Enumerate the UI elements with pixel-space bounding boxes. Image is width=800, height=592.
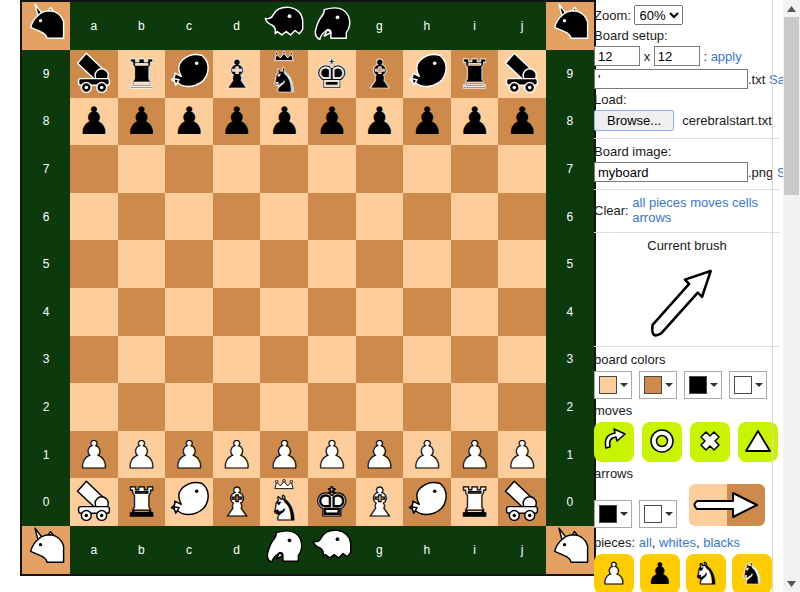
arrow-color-swatches <box>594 500 677 528</box>
setup-section: Zoom: 60% Board setup: x : apply .txt Sa… <box>594 0 780 139</box>
chess-board[interactable]: abcdghij9♜♝♞♚♝♜98♟♟♟♟♟♟♟♟♟♟8776655443322… <box>20 0 596 576</box>
rank-label-left-0: 0 <box>22 478 70 526</box>
board-cell-e0[interactable]: ♞ <box>260 478 308 526</box>
color-chip <box>599 376 617 394</box>
board-cell-c0[interactable] <box>165 478 213 526</box>
board-cell-a6[interactable] <box>70 193 118 241</box>
board-color-swatches <box>594 371 780 399</box>
scroll-down-icon[interactable] <box>783 575 800 592</box>
color-chip <box>644 376 662 394</box>
board-cell-j5[interactable] <box>498 240 546 288</box>
apply-link[interactable]: apply <box>711 49 742 64</box>
right-arrow-icon <box>689 484 765 526</box>
board-cell-i8[interactable]: ♟ <box>451 98 499 146</box>
chevron-down-icon <box>755 383 763 387</box>
frame-top-e <box>260 2 308 50</box>
board-cell-j1[interactable]: ♟ <box>498 431 546 479</box>
browse-button[interactable]: Browse... <box>594 110 674 131</box>
clear-links: all pieces moves cells arrows <box>632 195 780 225</box>
board-cell-j7[interactable] <box>498 145 546 193</box>
file-label-top-g: g <box>356 2 404 50</box>
piece-black-pawn: ♟ <box>124 102 158 140</box>
board-cell-g1[interactable]: ♟ <box>356 431 404 479</box>
piece-white-pawn: ♟ <box>601 559 628 589</box>
board-cell-b4[interactable] <box>118 288 166 336</box>
board-cell-c5[interactable] <box>165 240 213 288</box>
black-elephant-icon <box>310 3 354 50</box>
board-cell-i0[interactable]: ♜ <box>451 478 499 526</box>
rank-label-left-2: 2 <box>22 383 70 431</box>
board-cell-h7[interactable] <box>403 145 451 193</box>
board-cell-d9[interactable]: ♝ <box>213 50 261 98</box>
board-cell-f1[interactable]: ♟ <box>308 431 356 479</box>
board-cell-b0[interactable]: ♜ <box>118 478 166 526</box>
board-cell-h8[interactable]: ♟ <box>403 98 451 146</box>
frame-bottom-e <box>260 526 308 574</box>
zoom-select[interactable]: 60% <box>634 5 683 25</box>
piece-black-rook: ♜ <box>123 54 159 94</box>
board-cell-h9[interactable] <box>403 50 451 98</box>
move-brush-move-arrow-button[interactable] <box>594 422 634 462</box>
board-cell-b2[interactable] <box>118 383 166 431</box>
pieces-whites-link[interactable]: whites <box>659 535 696 550</box>
board-color-dropdown-3[interactable] <box>684 371 722 399</box>
clear-all-link[interactable]: all <box>632 195 645 210</box>
piece-black-king: ♚ <box>314 54 350 94</box>
white-eagle-icon <box>310 526 354 573</box>
board-cell-e9[interactable]: ♞ <box>260 50 308 98</box>
rank-label-right-7: 7 <box>546 145 594 193</box>
piece-white-pawn: ♟ <box>267 436 301 474</box>
board-cell-d2[interactable] <box>213 383 261 431</box>
scrollbar-thumb[interactable] <box>784 17 799 195</box>
palette-black-knight-button[interactable]: ♞ <box>732 554 772 592</box>
board-cell-d7[interactable] <box>213 145 261 193</box>
clear-cells-link[interactable]: cells <box>732 195 758 210</box>
board-cell-i9[interactable]: ♜ <box>451 50 499 98</box>
rank-label-left-6: 6 <box>22 193 70 241</box>
rank-label-left-4: 4 <box>22 288 70 336</box>
board-cell-j4[interactable] <box>498 288 546 336</box>
board-cell-a8[interactable]: ♟ <box>70 98 118 146</box>
color-chip <box>734 376 752 394</box>
board-cell-f9[interactable]: ♚ <box>308 50 356 98</box>
rank-label-right-1: 1 <box>546 431 594 479</box>
current-brush-preview <box>594 256 780 342</box>
rank-label-right-0: 0 <box>546 478 594 526</box>
piece-white-amazon: ♞ <box>269 479 299 525</box>
rank-label-left-8: 8 <box>22 98 70 146</box>
file-label-bottom-g: g <box>356 526 404 574</box>
piece-black-pawn: ♟ <box>505 102 539 140</box>
board-cell-j6[interactable] <box>498 193 546 241</box>
frame-bottom-f <box>308 526 356 574</box>
ne-arrow-icon <box>644 256 730 342</box>
board-cell-b6[interactable] <box>118 193 166 241</box>
piece-white-knight: ♞ <box>693 559 720 589</box>
black-eagle-icon <box>262 3 306 50</box>
board-cell-g2[interactable] <box>356 383 404 431</box>
board-cell-c4[interactable] <box>165 288 213 336</box>
board-cell-a1[interactable]: ♟ <box>70 431 118 479</box>
piece-black-pawn: ♟ <box>77 102 111 140</box>
board-cell-i1[interactable]: ♟ <box>451 431 499 479</box>
txt-suffix: .txt <box>748 72 765 87</box>
board-cell-c7[interactable] <box>165 145 213 193</box>
load-filename: cerebralstart.txt <box>682 113 772 128</box>
board-image-section: Board image: .png Save <box>594 139 780 190</box>
chevron-down-icon <box>620 512 628 516</box>
board-cell-d1[interactable]: ♟ <box>213 431 261 479</box>
piece-black-rook: ♜ <box>457 54 493 94</box>
board-corner-bottom-left <box>22 526 70 574</box>
board-cell-h5[interactable] <box>403 240 451 288</box>
board-cell-f3[interactable] <box>308 336 356 384</box>
piece-black-bishop: ♝ <box>219 54 255 94</box>
board-cell-h1[interactable]: ♟ <box>403 431 451 479</box>
file-label-bottom-h: h <box>403 526 451 574</box>
piece-white-bishop: ♝ <box>361 482 397 522</box>
rank-label-left-5: 5 <box>22 240 70 288</box>
piece-black-pawn: ♟ <box>410 102 444 140</box>
board-cell-e3[interactable] <box>260 336 308 384</box>
board-cell-j3[interactable] <box>498 336 546 384</box>
palette-black-pawn-button[interactable]: ♟ <box>640 554 680 592</box>
palette-section: board colors moves arrows pieces: all, w… <box>594 347 780 592</box>
board-cell-i6[interactable] <box>451 193 499 241</box>
color-chip <box>689 376 707 394</box>
board-cell-h4[interactable] <box>403 288 451 336</box>
board-cell-g8[interactable]: ♟ <box>356 98 404 146</box>
rank-label-right-3: 3 <box>546 336 594 384</box>
rank-label-left-1: 1 <box>22 431 70 479</box>
board-cell-j9[interactable] <box>498 50 546 98</box>
pieces-links: all, whites, blacks <box>639 535 740 550</box>
board-cell-a3[interactable] <box>70 336 118 384</box>
file-label-top-b: b <box>118 2 166 50</box>
circle-icon <box>647 426 677 459</box>
file-label-bottom-a: a <box>70 526 118 574</box>
x-separator: x <box>644 49 651 64</box>
board-cell-b8[interactable]: ♟ <box>118 98 166 146</box>
board-cell-g6[interactable] <box>356 193 404 241</box>
board-cell-a5[interactable] <box>70 240 118 288</box>
black-unicorn-icon <box>548 2 592 50</box>
white-elephant-icon <box>262 526 306 573</box>
board-cell-j8[interactable]: ♟ <box>498 98 546 146</box>
board-image-input[interactable] <box>594 162 748 182</box>
pieces-all-link[interactable]: all <box>639 535 652 550</box>
piece-black-lion <box>405 50 449 98</box>
palette-white-pawn-button[interactable]: ♟ <box>594 554 634 592</box>
board-cell-b7[interactable] <box>118 145 166 193</box>
board-width-input[interactable] <box>594 46 640 66</box>
board-corner-top-right <box>546 2 594 50</box>
piece-white-rook: ♜ <box>123 482 159 522</box>
board-cell-a9[interactable] <box>70 50 118 98</box>
piece-white-cannon <box>72 478 116 526</box>
arrows-label: arrows <box>594 466 780 481</box>
board-color-dropdown-2[interactable] <box>639 371 677 399</box>
rank-label-right-8: 8 <box>546 98 594 146</box>
board-cell-a0[interactable] <box>70 478 118 526</box>
board-cell-d6[interactable] <box>213 193 261 241</box>
board-cell-g9[interactable]: ♝ <box>356 50 404 98</box>
file-label-bottom-i: i <box>451 526 499 574</box>
board-cell-d8[interactable]: ♟ <box>213 98 261 146</box>
board-cell-g3[interactable] <box>356 336 404 384</box>
piece-black-cannon <box>500 50 544 98</box>
board-cell-d5[interactable] <box>213 240 261 288</box>
board-cell-c6[interactable] <box>165 193 213 241</box>
board-cell-f6[interactable] <box>308 193 356 241</box>
piece-white-pawn: ♟ <box>220 436 254 474</box>
file-label-top-d: d <box>213 2 261 50</box>
piece-black-bishop: ♝ <box>361 54 397 94</box>
rank-label-left-3: 3 <box>22 336 70 384</box>
editor-sidebar: Zoom: 60% Board setup: x : apply .txt Sa… <box>594 0 780 592</box>
board-cell-i5[interactable] <box>451 240 499 288</box>
file-label-top-c: c <box>165 2 213 50</box>
pieces-blacks-link[interactable]: blacks <box>703 535 740 550</box>
clear-moves-link[interactable]: moves <box>690 195 728 210</box>
file-label-bottom-c: c <box>165 526 213 574</box>
png-suffix: .png <box>748 165 773 180</box>
piece-white-king: ♚ <box>314 482 350 522</box>
board-cell-c3[interactable] <box>165 336 213 384</box>
board-cell-b9[interactable]: ♜ <box>118 50 166 98</box>
board-cell-e4[interactable] <box>260 288 308 336</box>
board-cell-e7[interactable] <box>260 145 308 193</box>
file-label-top-a: a <box>70 2 118 50</box>
chevron-down-icon <box>665 512 673 516</box>
piece-white-bishop: ♝ <box>219 482 255 522</box>
chevron-down-icon <box>665 383 673 387</box>
file-label-bottom-d: d <box>213 526 261 574</box>
board-cell-h0[interactable] <box>403 478 451 526</box>
board-cell-c2[interactable] <box>165 383 213 431</box>
piece-white-pawn: ♟ <box>315 436 349 474</box>
white-unicorn-icon <box>24 526 68 574</box>
scroll-up-icon[interactable] <box>783 0 800 17</box>
moves-label: moves <box>594 403 780 418</box>
board-cell-f0[interactable]: ♚ <box>308 478 356 526</box>
board-cell-e5[interactable] <box>260 240 308 288</box>
board-corner-top-left <box>22 2 70 50</box>
board-cell-d0[interactable]: ♝ <box>213 478 261 526</box>
current-brush-label: Current brush <box>594 238 780 253</box>
board-image-label: Board image: <box>594 144 780 159</box>
board-cell-e8[interactable]: ♟ <box>260 98 308 146</box>
piece-white-pawn: ♟ <box>77 436 111 474</box>
rank-label-right-5: 5 <box>546 240 594 288</box>
color-chip <box>599 505 617 523</box>
board-cell-f7[interactable] <box>308 145 356 193</box>
scrollbar[interactable] <box>783 0 800 592</box>
board-cell-f2[interactable] <box>308 383 356 431</box>
pieces-label: pieces: <box>594 535 635 550</box>
file-label-top-j: j <box>498 2 546 50</box>
file-label-bottom-j: j <box>498 526 546 574</box>
board-cell-b1[interactable]: ♟ <box>118 431 166 479</box>
piece-black-pawn: ♟ <box>267 102 301 140</box>
board-cell-g7[interactable] <box>356 145 404 193</box>
chevron-down-icon <box>710 383 718 387</box>
piece-black-pawn: ♟ <box>362 102 396 140</box>
black-unicorn-icon <box>24 2 68 50</box>
piece-white-pawn: ♟ <box>362 436 396 474</box>
save-name-input[interactable] <box>594 69 748 89</box>
piece-black-pawn: ♟ <box>315 102 349 140</box>
board-cell-h2[interactable] <box>403 383 451 431</box>
piece-white-lion <box>405 478 449 526</box>
board-color-dropdown-1[interactable] <box>594 371 632 399</box>
board-cell-i7[interactable] <box>451 145 499 193</box>
rank-label-left-9: 9 <box>22 50 70 98</box>
board-cell-a2[interactable] <box>70 383 118 431</box>
piece-black-lion <box>167 50 211 98</box>
board-cell-d4[interactable] <box>213 288 261 336</box>
arrow-preview <box>689 484 765 526</box>
piece-white-rook: ♜ <box>457 482 493 522</box>
piece-white-pawn: ♟ <box>124 436 158 474</box>
arrow-color-dropdown-2[interactable] <box>639 500 677 528</box>
file-label-bottom-b: b <box>118 526 166 574</box>
board-cell-a4[interactable] <box>70 288 118 336</box>
board-cell-h6[interactable] <box>403 193 451 241</box>
piece-black-pawn: ♟ <box>647 559 674 589</box>
clear-arrows-link[interactable]: arrows <box>632 210 671 225</box>
piece-white-pawn: ♟ <box>172 436 206 474</box>
frame-top-f <box>308 2 356 50</box>
clear-label: Clear: <box>594 203 629 218</box>
board-cell-b3[interactable] <box>118 336 166 384</box>
board-colors-label: board colors <box>594 352 780 367</box>
board-setup-label: Board setup: <box>594 28 780 43</box>
colon: : <box>703 49 707 64</box>
piece-white-pawn: ♟ <box>410 436 444 474</box>
board-cell-g0[interactable]: ♝ <box>356 478 404 526</box>
palette-white-knight-button[interactable]: ♞ <box>686 554 726 592</box>
load-label: Load: <box>594 92 780 107</box>
clear-pieces-link[interactable]: pieces <box>649 195 687 210</box>
board-cell-i4[interactable] <box>451 288 499 336</box>
piece-black-pawn: ♟ <box>458 102 492 140</box>
board-cell-j0[interactable] <box>498 478 546 526</box>
board-cell-g5[interactable] <box>356 240 404 288</box>
move-brush-cross-button[interactable] <box>690 422 730 462</box>
white-unicorn-icon <box>548 526 592 574</box>
board-cell-c9[interactable] <box>165 50 213 98</box>
move-arrow-icon <box>599 426 629 459</box>
piece-palette: ♟♟♞♞♝♝♜♜♛♛♚♚ <box>594 554 780 592</box>
piece-white-pawn: ♟ <box>458 436 492 474</box>
board-cell-i2[interactable] <box>451 383 499 431</box>
board-cell-e1[interactable]: ♟ <box>260 431 308 479</box>
color-chip <box>644 505 662 523</box>
zoom-label: Zoom: <box>594 8 631 23</box>
board-cell-i3[interactable] <box>451 336 499 384</box>
piece-black-pawn: ♟ <box>220 102 254 140</box>
piece-white-cannon <box>500 478 544 526</box>
board-cell-c1[interactable]: ♟ <box>165 431 213 479</box>
board-cell-c8[interactable]: ♟ <box>165 98 213 146</box>
triangle-icon <box>743 426 773 459</box>
board-height-input[interactable] <box>654 46 700 66</box>
piece-black-cannon <box>72 50 116 98</box>
board-cell-e2[interactable] <box>260 383 308 431</box>
piece-white-pawn: ♟ <box>505 436 539 474</box>
piece-black-knight: ♞ <box>739 559 766 589</box>
current-brush-section: Current brush <box>594 233 780 347</box>
board-color-dropdown-4[interactable] <box>729 371 767 399</box>
sidebar-divider <box>772 0 773 592</box>
board-cell-f4[interactable] <box>308 288 356 336</box>
move-brush-buttons <box>594 422 780 462</box>
rank-label-right-4: 4 <box>546 288 594 336</box>
board-cell-b5[interactable] <box>118 240 166 288</box>
board-cell-f8[interactable]: ♟ <box>308 98 356 146</box>
rank-label-right-9: 9 <box>546 50 594 98</box>
board-cell-e6[interactable] <box>260 193 308 241</box>
arrow-color-dropdown-1[interactable] <box>594 500 632 528</box>
board-cell-j2[interactable] <box>498 383 546 431</box>
board-cell-g4[interactable] <box>356 288 404 336</box>
board-cell-h3[interactable] <box>403 336 451 384</box>
board-cell-d3[interactable] <box>213 336 261 384</box>
cross-icon <box>695 426 725 459</box>
file-label-top-i: i <box>451 2 499 50</box>
arrows-row <box>594 484 780 532</box>
clear-section: Clear: all pieces moves cells arrows <box>594 190 780 233</box>
rank-label-right-6: 6 <box>546 193 594 241</box>
board-corner-bottom-right <box>546 526 594 574</box>
rank-label-left-7: 7 <box>22 145 70 193</box>
piece-white-lion <box>167 478 211 526</box>
move-brush-circle-button[interactable] <box>642 422 682 462</box>
file-label-top-h: h <box>403 2 451 50</box>
board-cell-f5[interactable] <box>308 240 356 288</box>
board-cell-a7[interactable] <box>70 145 118 193</box>
chevron-down-icon <box>620 383 628 387</box>
piece-black-amazon: ♞ <box>269 51 299 97</box>
rank-label-right-2: 2 <box>546 383 594 431</box>
piece-black-pawn: ♟ <box>172 102 206 140</box>
